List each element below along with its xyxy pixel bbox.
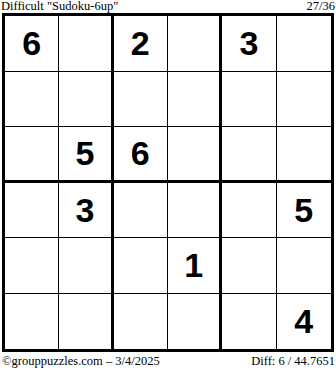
given-digit: 3 bbox=[240, 26, 259, 60]
cell-r4c2: 3 bbox=[59, 183, 113, 239]
cell-r4c3[interactable] bbox=[114, 183, 168, 239]
cell-r2c6[interactable] bbox=[277, 72, 331, 128]
cell-r5c2[interactable] bbox=[59, 238, 113, 294]
given-digit: 6 bbox=[22, 26, 41, 60]
copyright-text: ©grouppuzzles.com – 3/4/2025 bbox=[2, 354, 160, 369]
cell-r5c3[interactable] bbox=[114, 238, 168, 294]
given-digit: 3 bbox=[76, 193, 95, 227]
given-digit: 5 bbox=[294, 193, 313, 227]
cell-r6c1[interactable] bbox=[5, 294, 59, 350]
sudoku-board: 623563514 bbox=[2, 13, 334, 352]
given-digit: 2 bbox=[131, 26, 150, 60]
header: Difficult "Sudoku-6up" 27/36 bbox=[1, 0, 335, 13]
given-digit: 5 bbox=[76, 136, 95, 170]
cell-r1c5: 3 bbox=[222, 16, 276, 72]
cell-r1c6[interactable] bbox=[277, 16, 331, 72]
cell-r4c5[interactable] bbox=[222, 183, 276, 239]
puzzle-page: Difficult "Sudoku-6up" 27/36 623563514 ©… bbox=[0, 0, 336, 370]
cell-r6c3[interactable] bbox=[114, 294, 168, 350]
cell-r2c5[interactable] bbox=[222, 72, 276, 128]
cell-r3c2: 5 bbox=[59, 127, 113, 183]
cell-r1c4[interactable] bbox=[168, 16, 222, 72]
cell-r5c1[interactable] bbox=[5, 238, 59, 294]
cell-r1c2[interactable] bbox=[59, 16, 113, 72]
cell-r1c3: 2 bbox=[114, 16, 168, 72]
cell-r3c4[interactable] bbox=[168, 127, 222, 183]
cell-r3c6[interactable] bbox=[277, 127, 331, 183]
cell-r5c5[interactable] bbox=[222, 238, 276, 294]
cell-r6c5[interactable] bbox=[222, 294, 276, 350]
cell-r4c1[interactable] bbox=[5, 183, 59, 239]
cell-r2c2[interactable] bbox=[59, 72, 113, 128]
cell-r3c1[interactable] bbox=[5, 127, 59, 183]
cell-r2c1[interactable] bbox=[5, 72, 59, 128]
cell-r4c4[interactable] bbox=[168, 183, 222, 239]
difficulty-text: Diff: 6 / 44.7651 bbox=[251, 354, 335, 369]
given-digit: 4 bbox=[294, 304, 313, 338]
cell-r3c3: 6 bbox=[114, 127, 168, 183]
cell-r6c2[interactable] bbox=[59, 294, 113, 350]
cell-r2c3[interactable] bbox=[114, 72, 168, 128]
puzzle-counter: 27/36 bbox=[307, 0, 335, 13]
page-title: Difficult "Sudoku-6up" bbox=[1, 0, 118, 13]
footer: ©grouppuzzles.com – 3/4/2025 Diff: 6 / 4… bbox=[2, 354, 335, 369]
cell-r2c4[interactable] bbox=[168, 72, 222, 128]
cell-r1c1: 6 bbox=[5, 16, 59, 72]
given-digit: 1 bbox=[184, 248, 203, 282]
cell-r6c4[interactable] bbox=[168, 294, 222, 350]
cell-r6c6: 4 bbox=[277, 294, 331, 350]
cell-r5c6[interactable] bbox=[277, 238, 331, 294]
cell-r4c6: 5 bbox=[277, 183, 331, 239]
given-digit: 6 bbox=[131, 136, 150, 170]
cell-r5c4: 1 bbox=[168, 238, 222, 294]
cell-r3c5[interactable] bbox=[222, 127, 276, 183]
